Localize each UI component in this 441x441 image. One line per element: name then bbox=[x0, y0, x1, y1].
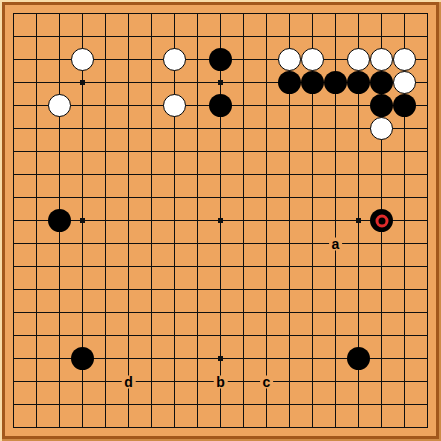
board-point[interactable] bbox=[140, 186, 163, 209]
board-point[interactable] bbox=[25, 2, 48, 25]
board-point[interactable] bbox=[186, 48, 209, 71]
board-point[interactable] bbox=[232, 71, 255, 94]
board-point[interactable] bbox=[324, 94, 347, 117]
board-point[interactable] bbox=[48, 301, 71, 324]
board-point[interactable] bbox=[209, 232, 232, 255]
board-point[interactable] bbox=[347, 209, 370, 232]
board-point[interactable] bbox=[301, 48, 324, 71]
board-point[interactable] bbox=[416, 416, 439, 439]
board-point[interactable] bbox=[370, 94, 393, 117]
board-point[interactable] bbox=[324, 2, 347, 25]
board-point[interactable] bbox=[25, 186, 48, 209]
board-point[interactable] bbox=[278, 71, 301, 94]
board-point[interactable] bbox=[232, 117, 255, 140]
board-point[interactable] bbox=[347, 186, 370, 209]
board-point[interactable] bbox=[163, 324, 186, 347]
board-point[interactable] bbox=[25, 416, 48, 439]
board-point[interactable] bbox=[416, 255, 439, 278]
board-point[interactable] bbox=[186, 94, 209, 117]
board-point[interactable] bbox=[71, 347, 94, 370]
board-point[interactable] bbox=[25, 278, 48, 301]
board-point[interactable] bbox=[255, 117, 278, 140]
board-point[interactable] bbox=[324, 347, 347, 370]
board-point[interactable] bbox=[232, 232, 255, 255]
board-point[interactable] bbox=[347, 393, 370, 416]
board-point[interactable] bbox=[2, 140, 25, 163]
board-point[interactable] bbox=[163, 347, 186, 370]
board-point[interactable] bbox=[324, 140, 347, 163]
board-point[interactable] bbox=[255, 48, 278, 71]
board-point[interactable] bbox=[347, 94, 370, 117]
board-point[interactable] bbox=[140, 416, 163, 439]
board-point[interactable] bbox=[117, 278, 140, 301]
board-point[interactable]: b bbox=[209, 370, 232, 393]
board-point[interactable] bbox=[393, 48, 416, 71]
board-point[interactable] bbox=[347, 25, 370, 48]
board-point[interactable] bbox=[48, 255, 71, 278]
board-point[interactable] bbox=[347, 255, 370, 278]
board-point[interactable] bbox=[94, 232, 117, 255]
board-point[interactable] bbox=[416, 186, 439, 209]
board-point[interactable] bbox=[25, 48, 48, 71]
board-point[interactable] bbox=[140, 324, 163, 347]
board-point[interactable] bbox=[278, 255, 301, 278]
board-point[interactable] bbox=[48, 209, 71, 232]
board-point[interactable] bbox=[186, 347, 209, 370]
board-point[interactable] bbox=[255, 232, 278, 255]
board-point[interactable] bbox=[347, 163, 370, 186]
board-point[interactable] bbox=[301, 209, 324, 232]
board-point[interactable] bbox=[186, 163, 209, 186]
board-point[interactable]: a bbox=[324, 232, 347, 255]
board-point[interactable] bbox=[48, 370, 71, 393]
board-point[interactable] bbox=[25, 347, 48, 370]
board-point[interactable] bbox=[301, 301, 324, 324]
board-point[interactable] bbox=[393, 25, 416, 48]
board-point[interactable] bbox=[393, 255, 416, 278]
board-point[interactable] bbox=[25, 117, 48, 140]
board-point[interactable] bbox=[117, 301, 140, 324]
board-point[interactable] bbox=[370, 416, 393, 439]
board-point[interactable] bbox=[393, 232, 416, 255]
board-point[interactable] bbox=[416, 71, 439, 94]
board-point[interactable] bbox=[94, 117, 117, 140]
board-point[interactable] bbox=[71, 94, 94, 117]
board-point[interactable] bbox=[278, 209, 301, 232]
board-point[interactable] bbox=[209, 186, 232, 209]
board-point[interactable] bbox=[209, 25, 232, 48]
board-point[interactable] bbox=[186, 140, 209, 163]
board-point[interactable] bbox=[25, 255, 48, 278]
board-point[interactable] bbox=[48, 393, 71, 416]
board-point[interactable] bbox=[2, 393, 25, 416]
board-point[interactable] bbox=[370, 301, 393, 324]
board-point[interactable] bbox=[209, 416, 232, 439]
board-point[interactable] bbox=[232, 186, 255, 209]
board-point[interactable] bbox=[393, 163, 416, 186]
board-point[interactable] bbox=[255, 301, 278, 324]
board-point[interactable] bbox=[71, 324, 94, 347]
board-point[interactable] bbox=[370, 71, 393, 94]
board-point[interactable] bbox=[163, 255, 186, 278]
board-point[interactable] bbox=[94, 209, 117, 232]
board-point[interactable] bbox=[209, 94, 232, 117]
board-point[interactable] bbox=[94, 186, 117, 209]
board-point[interactable] bbox=[393, 347, 416, 370]
board-point[interactable] bbox=[393, 393, 416, 416]
board-point[interactable] bbox=[25, 393, 48, 416]
board-point[interactable] bbox=[393, 301, 416, 324]
board-point[interactable] bbox=[2, 2, 25, 25]
board-point[interactable] bbox=[140, 163, 163, 186]
board-point[interactable] bbox=[186, 25, 209, 48]
board-point[interactable] bbox=[232, 2, 255, 25]
board-point[interactable] bbox=[163, 117, 186, 140]
board-point[interactable] bbox=[255, 393, 278, 416]
board-point[interactable] bbox=[25, 71, 48, 94]
board-point[interactable] bbox=[347, 370, 370, 393]
board-point[interactable] bbox=[393, 117, 416, 140]
board-point[interactable] bbox=[140, 209, 163, 232]
board-point[interactable] bbox=[140, 71, 163, 94]
board-point[interactable] bbox=[324, 209, 347, 232]
board-point[interactable] bbox=[301, 163, 324, 186]
board-point[interactable] bbox=[48, 324, 71, 347]
board-point[interactable] bbox=[416, 140, 439, 163]
board-point[interactable] bbox=[71, 278, 94, 301]
board-point[interactable] bbox=[186, 301, 209, 324]
board-point[interactable] bbox=[278, 2, 301, 25]
board-point[interactable] bbox=[301, 25, 324, 48]
board-point[interactable] bbox=[255, 140, 278, 163]
board-point[interactable] bbox=[393, 71, 416, 94]
board-point[interactable] bbox=[94, 255, 117, 278]
board-point[interactable] bbox=[416, 94, 439, 117]
board-point[interactable] bbox=[48, 71, 71, 94]
board-point[interactable] bbox=[232, 324, 255, 347]
board-point[interactable] bbox=[71, 416, 94, 439]
board-point[interactable] bbox=[71, 117, 94, 140]
board-point[interactable] bbox=[347, 301, 370, 324]
board-point[interactable] bbox=[347, 140, 370, 163]
board-point[interactable] bbox=[163, 416, 186, 439]
board-point[interactable] bbox=[117, 347, 140, 370]
board-point[interactable] bbox=[255, 71, 278, 94]
board-point[interactable] bbox=[301, 324, 324, 347]
board-point[interactable] bbox=[416, 232, 439, 255]
board-point[interactable] bbox=[2, 209, 25, 232]
board-point[interactable] bbox=[71, 140, 94, 163]
board-point[interactable] bbox=[2, 370, 25, 393]
board-point[interactable] bbox=[94, 163, 117, 186]
board-point[interactable] bbox=[301, 94, 324, 117]
board-point[interactable] bbox=[209, 71, 232, 94]
board-point[interactable] bbox=[71, 301, 94, 324]
board-point[interactable] bbox=[278, 347, 301, 370]
board-point[interactable] bbox=[393, 370, 416, 393]
board-point[interactable] bbox=[2, 94, 25, 117]
board-point[interactable] bbox=[117, 48, 140, 71]
board-point[interactable] bbox=[393, 140, 416, 163]
board-point[interactable] bbox=[163, 94, 186, 117]
board-point[interactable] bbox=[94, 25, 117, 48]
board-point[interactable] bbox=[347, 71, 370, 94]
board-point[interactable] bbox=[117, 209, 140, 232]
board-point[interactable] bbox=[416, 370, 439, 393]
board-point[interactable] bbox=[71, 209, 94, 232]
board-point[interactable] bbox=[163, 393, 186, 416]
board-point[interactable] bbox=[186, 393, 209, 416]
board-point[interactable] bbox=[186, 416, 209, 439]
board-point[interactable] bbox=[25, 232, 48, 255]
board-point[interactable] bbox=[117, 117, 140, 140]
board-point[interactable] bbox=[2, 186, 25, 209]
board-point[interactable] bbox=[117, 140, 140, 163]
board-point[interactable] bbox=[301, 2, 324, 25]
board-point[interactable] bbox=[255, 324, 278, 347]
board-point[interactable] bbox=[163, 71, 186, 94]
board-point[interactable] bbox=[71, 25, 94, 48]
board-point[interactable] bbox=[117, 255, 140, 278]
board-point[interactable] bbox=[209, 48, 232, 71]
board-point[interactable] bbox=[94, 48, 117, 71]
board-point[interactable] bbox=[25, 94, 48, 117]
board-point[interactable] bbox=[2, 163, 25, 186]
board-point[interactable] bbox=[2, 71, 25, 94]
board-point[interactable] bbox=[209, 301, 232, 324]
board-point[interactable] bbox=[370, 370, 393, 393]
board-point[interactable] bbox=[232, 255, 255, 278]
board-point[interactable] bbox=[117, 71, 140, 94]
board-point[interactable] bbox=[278, 186, 301, 209]
board-point[interactable] bbox=[48, 117, 71, 140]
board-point[interactable] bbox=[416, 48, 439, 71]
board-point[interactable] bbox=[416, 347, 439, 370]
board-point[interactable] bbox=[163, 232, 186, 255]
board-point[interactable] bbox=[232, 278, 255, 301]
go-grid-19x19[interactable]: adbc bbox=[2, 2, 439, 439]
board-point[interactable] bbox=[370, 393, 393, 416]
board-point[interactable] bbox=[278, 163, 301, 186]
board-point[interactable] bbox=[393, 324, 416, 347]
board-point[interactable] bbox=[324, 255, 347, 278]
board-point[interactable] bbox=[209, 209, 232, 232]
board-point[interactable] bbox=[186, 186, 209, 209]
board-point[interactable] bbox=[301, 232, 324, 255]
board-point[interactable] bbox=[140, 48, 163, 71]
board-point[interactable] bbox=[140, 25, 163, 48]
board-point[interactable] bbox=[255, 186, 278, 209]
board-point[interactable] bbox=[140, 255, 163, 278]
board-point[interactable] bbox=[370, 255, 393, 278]
board-point[interactable] bbox=[347, 278, 370, 301]
board-point[interactable] bbox=[71, 163, 94, 186]
board-point[interactable] bbox=[163, 140, 186, 163]
board-point[interactable] bbox=[324, 278, 347, 301]
board-point[interactable]: d bbox=[117, 370, 140, 393]
board-point[interactable] bbox=[48, 25, 71, 48]
board-point[interactable] bbox=[347, 232, 370, 255]
board-point[interactable] bbox=[186, 324, 209, 347]
board-point[interactable] bbox=[324, 48, 347, 71]
board-point[interactable] bbox=[48, 163, 71, 186]
board-point[interactable] bbox=[301, 370, 324, 393]
board-point[interactable] bbox=[370, 347, 393, 370]
board-point[interactable] bbox=[347, 416, 370, 439]
board-point[interactable] bbox=[370, 2, 393, 25]
board-point[interactable] bbox=[278, 416, 301, 439]
board-point[interactable] bbox=[48, 48, 71, 71]
board-point[interactable] bbox=[301, 416, 324, 439]
board-point[interactable] bbox=[163, 278, 186, 301]
board-point[interactable] bbox=[2, 416, 25, 439]
board-point[interactable] bbox=[186, 209, 209, 232]
board-point[interactable] bbox=[94, 370, 117, 393]
board-point[interactable] bbox=[94, 278, 117, 301]
board-point[interactable] bbox=[48, 416, 71, 439]
board-point[interactable] bbox=[117, 416, 140, 439]
board-point[interactable] bbox=[209, 140, 232, 163]
board-point[interactable] bbox=[416, 393, 439, 416]
board-point[interactable] bbox=[301, 255, 324, 278]
board-point[interactable] bbox=[209, 324, 232, 347]
board-point[interactable] bbox=[71, 393, 94, 416]
board-point[interactable] bbox=[140, 347, 163, 370]
board-point[interactable] bbox=[2, 25, 25, 48]
board-point[interactable] bbox=[117, 186, 140, 209]
board-point[interactable] bbox=[255, 416, 278, 439]
board-point[interactable] bbox=[416, 278, 439, 301]
board-point[interactable] bbox=[140, 370, 163, 393]
board-point[interactable] bbox=[94, 347, 117, 370]
board-point[interactable] bbox=[94, 94, 117, 117]
board-point[interactable] bbox=[209, 278, 232, 301]
board-point[interactable] bbox=[94, 2, 117, 25]
board-point[interactable] bbox=[25, 301, 48, 324]
board-point[interactable] bbox=[186, 255, 209, 278]
board-point[interactable] bbox=[209, 163, 232, 186]
board-point[interactable] bbox=[186, 278, 209, 301]
board-point[interactable] bbox=[94, 393, 117, 416]
board-point[interactable] bbox=[278, 301, 301, 324]
board-point[interactable] bbox=[94, 324, 117, 347]
board-point[interactable] bbox=[301, 278, 324, 301]
board-point[interactable] bbox=[117, 393, 140, 416]
board-point[interactable] bbox=[209, 255, 232, 278]
board-point[interactable] bbox=[393, 416, 416, 439]
board-point[interactable] bbox=[278, 94, 301, 117]
board-point[interactable] bbox=[232, 209, 255, 232]
board-point[interactable] bbox=[255, 255, 278, 278]
board-point[interactable] bbox=[140, 232, 163, 255]
board-point[interactable] bbox=[278, 140, 301, 163]
board-point[interactable] bbox=[163, 209, 186, 232]
board-point[interactable] bbox=[324, 324, 347, 347]
board-point[interactable] bbox=[416, 324, 439, 347]
board-point[interactable] bbox=[94, 140, 117, 163]
board-point[interactable] bbox=[255, 163, 278, 186]
board-point[interactable] bbox=[393, 186, 416, 209]
board-point[interactable] bbox=[140, 278, 163, 301]
board-point[interactable] bbox=[163, 25, 186, 48]
board-point[interactable] bbox=[48, 347, 71, 370]
board-point[interactable] bbox=[71, 255, 94, 278]
board-point[interactable] bbox=[255, 347, 278, 370]
board-point[interactable] bbox=[117, 163, 140, 186]
board-point[interactable] bbox=[140, 2, 163, 25]
board-point[interactable] bbox=[71, 186, 94, 209]
board-point[interactable] bbox=[324, 117, 347, 140]
board-point[interactable] bbox=[416, 2, 439, 25]
board-point[interactable] bbox=[117, 324, 140, 347]
board-point[interactable]: c bbox=[255, 370, 278, 393]
board-point[interactable] bbox=[2, 232, 25, 255]
board-point[interactable] bbox=[416, 25, 439, 48]
board-point[interactable] bbox=[48, 94, 71, 117]
board-point[interactable] bbox=[278, 232, 301, 255]
board-point[interactable] bbox=[2, 48, 25, 71]
board-point[interactable] bbox=[71, 48, 94, 71]
board-point[interactable] bbox=[232, 393, 255, 416]
board-point[interactable] bbox=[370, 163, 393, 186]
board-point[interactable] bbox=[278, 25, 301, 48]
board-point[interactable] bbox=[209, 393, 232, 416]
board-point[interactable] bbox=[140, 393, 163, 416]
board-point[interactable] bbox=[324, 370, 347, 393]
board-point[interactable] bbox=[416, 163, 439, 186]
board-point[interactable] bbox=[255, 25, 278, 48]
board-point[interactable] bbox=[186, 370, 209, 393]
board-point[interactable] bbox=[140, 94, 163, 117]
board-point[interactable] bbox=[25, 25, 48, 48]
board-point[interactable] bbox=[71, 71, 94, 94]
board-point[interactable] bbox=[2, 255, 25, 278]
board-point[interactable] bbox=[324, 25, 347, 48]
board-point[interactable] bbox=[163, 370, 186, 393]
board-point[interactable] bbox=[140, 140, 163, 163]
board-point[interactable] bbox=[71, 2, 94, 25]
board-point[interactable] bbox=[255, 2, 278, 25]
board-point[interactable] bbox=[94, 301, 117, 324]
board-point[interactable] bbox=[2, 301, 25, 324]
board-point[interactable] bbox=[2, 278, 25, 301]
board-point[interactable] bbox=[370, 25, 393, 48]
board-point[interactable] bbox=[232, 94, 255, 117]
board-point[interactable] bbox=[163, 163, 186, 186]
board-point[interactable] bbox=[71, 232, 94, 255]
board-point[interactable] bbox=[163, 301, 186, 324]
board-point[interactable] bbox=[278, 117, 301, 140]
board-point[interactable] bbox=[370, 48, 393, 71]
board-point[interactable] bbox=[393, 94, 416, 117]
board-point[interactable] bbox=[186, 232, 209, 255]
board-point[interactable] bbox=[186, 117, 209, 140]
board-point[interactable] bbox=[324, 186, 347, 209]
board-point[interactable] bbox=[324, 71, 347, 94]
board-point[interactable] bbox=[393, 209, 416, 232]
board-point[interactable] bbox=[347, 324, 370, 347]
board-point[interactable] bbox=[2, 117, 25, 140]
board-point[interactable] bbox=[324, 416, 347, 439]
board-point[interactable] bbox=[416, 117, 439, 140]
board-point[interactable] bbox=[370, 232, 393, 255]
board-point[interactable] bbox=[232, 370, 255, 393]
board-point[interactable] bbox=[25, 140, 48, 163]
board-point[interactable] bbox=[232, 416, 255, 439]
board-point[interactable] bbox=[301, 140, 324, 163]
board-point[interactable] bbox=[209, 347, 232, 370]
board-point[interactable] bbox=[301, 117, 324, 140]
